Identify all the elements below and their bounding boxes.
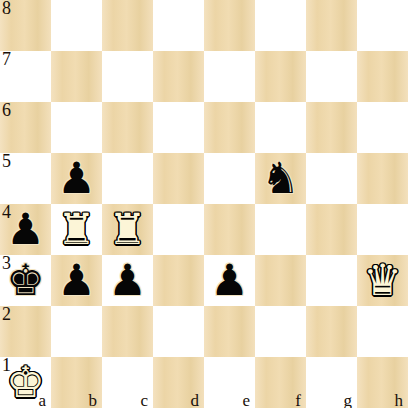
square-e6[interactable] [204,102,255,153]
file-label-b: b [89,391,98,408]
square-c7[interactable] [102,51,153,102]
square-b1[interactable]: b [51,357,102,408]
square-h7[interactable] [357,51,408,102]
square-d3[interactable] [153,255,204,306]
rank-label-3: 3 [2,253,11,273]
square-a2[interactable]: 2 [0,306,51,357]
file-label-c: c [140,391,148,408]
square-d4[interactable] [153,204,204,255]
chess-board-wrap: 8765♟♞4♟♜♜3♚♟♟♟♛21a♚bcdefgh [0,0,408,408]
square-h3[interactable]: ♛ [357,255,408,306]
square-g2[interactable] [306,306,357,357]
square-h2[interactable] [357,306,408,357]
black-pawn[interactable]: ♟ [204,255,255,306]
square-b4[interactable]: ♜ [51,204,102,255]
black-knight[interactable]: ♞ [255,153,306,204]
square-d8[interactable] [153,0,204,51]
square-f2[interactable] [255,306,306,357]
square-g4[interactable] [306,204,357,255]
square-b7[interactable] [51,51,102,102]
square-e7[interactable] [204,51,255,102]
square-d2[interactable] [153,306,204,357]
rank-label-2: 2 [2,304,11,324]
square-c4[interactable]: ♜ [102,204,153,255]
file-label-d: d [191,391,200,408]
square-g6[interactable] [306,102,357,153]
black-pawn[interactable]: ♟ [102,255,153,306]
square-a4[interactable]: 4♟ [0,204,51,255]
square-b6[interactable] [51,102,102,153]
rank-label-5: 5 [2,151,11,171]
square-h4[interactable] [357,204,408,255]
square-b3[interactable]: ♟ [51,255,102,306]
file-label-g: g [344,391,353,408]
white-rook[interactable]: ♜ [102,204,153,255]
square-c2[interactable] [102,306,153,357]
square-c5[interactable] [102,153,153,204]
square-h5[interactable] [357,153,408,204]
square-b8[interactable] [51,0,102,51]
square-a1[interactable]: 1a♚ [0,357,51,408]
square-e8[interactable] [204,0,255,51]
rank-label-6: 6 [2,100,11,120]
square-c8[interactable] [102,0,153,51]
square-d6[interactable] [153,102,204,153]
square-d5[interactable] [153,153,204,204]
file-label-h: h [395,391,404,408]
square-g8[interactable] [306,0,357,51]
square-e2[interactable] [204,306,255,357]
square-h6[interactable] [357,102,408,153]
square-b5[interactable]: ♟ [51,153,102,204]
square-f4[interactable] [255,204,306,255]
square-f3[interactable] [255,255,306,306]
square-d7[interactable] [153,51,204,102]
square-e4[interactable] [204,204,255,255]
rank-label-4: 4 [2,202,11,222]
square-g3[interactable] [306,255,357,306]
file-label-a: a [38,391,46,408]
rank-label-8: 8 [2,0,11,18]
square-h1[interactable]: h [357,357,408,408]
black-pawn[interactable]: ♟ [51,153,102,204]
square-g5[interactable] [306,153,357,204]
square-b2[interactable] [51,306,102,357]
square-f6[interactable] [255,102,306,153]
square-f1[interactable]: f [255,357,306,408]
square-f5[interactable]: ♞ [255,153,306,204]
square-f7[interactable] [255,51,306,102]
white-queen[interactable]: ♛ [357,255,408,306]
square-f8[interactable] [255,0,306,51]
square-a6[interactable]: 6 [0,102,51,153]
square-a7[interactable]: 7 [0,51,51,102]
square-e1[interactable]: e [204,357,255,408]
black-pawn[interactable]: ♟ [51,255,102,306]
square-c1[interactable]: c [102,357,153,408]
square-e3[interactable]: ♟ [204,255,255,306]
square-d1[interactable]: d [153,357,204,408]
square-c3[interactable]: ♟ [102,255,153,306]
square-g1[interactable]: g [306,357,357,408]
square-c6[interactable] [102,102,153,153]
file-label-e: e [242,391,250,408]
rank-label-1: 1 [2,355,11,375]
square-a8[interactable]: 8 [0,0,51,51]
square-a5[interactable]: 5 [0,153,51,204]
square-e5[interactable] [204,153,255,204]
white-rook[interactable]: ♜ [51,204,102,255]
chess-board: 8765♟♞4♟♜♜3♚♟♟♟♛21a♚bcdefgh [0,0,408,408]
square-g7[interactable] [306,51,357,102]
square-h8[interactable] [357,0,408,51]
rank-label-7: 7 [2,49,11,69]
file-label-f: f [295,391,301,408]
square-a3[interactable]: 3♚ [0,255,51,306]
